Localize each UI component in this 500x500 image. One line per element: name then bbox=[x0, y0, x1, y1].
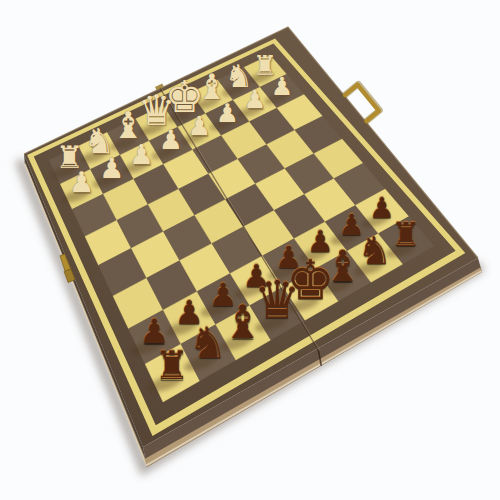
chess-set-photo: ♜♞♝♛♚♝♞♜♟♟♟♟♟♟♟♟♟♟♟♟♟♟♟♟♜♞♝♛♚♝♞♜ bbox=[0, 0, 500, 500]
chess-board-svg bbox=[0, 0, 500, 500]
